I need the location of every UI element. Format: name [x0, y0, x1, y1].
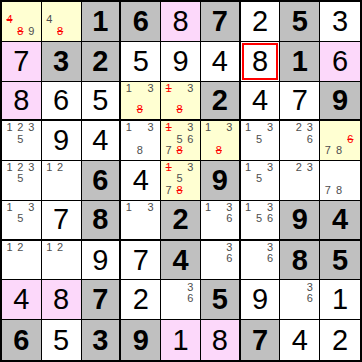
candidate-5: 5 — [254, 134, 265, 145]
given-digit: 3 — [53, 47, 69, 76]
candidate-3: 3 — [26, 162, 37, 173]
candidate-1: 1 — [123, 202, 134, 213]
given-digit: 7 — [92, 285, 108, 314]
cell-r5c3[interactable]: 6 — [82, 161, 122, 201]
candidate-3: 3 — [224, 122, 235, 133]
cell-r3c7[interactable]: 4 — [241, 82, 281, 122]
candidate-grid: 135 — [4, 202, 37, 235]
cell-r3c5[interactable]: 138 — [161, 82, 201, 122]
solved-digit: 9 — [172, 47, 188, 76]
candidate-3: 3 — [185, 281, 196, 292]
candidate-grid: 135678 — [163, 122, 196, 156]
cell-r2c7[interactable]: 8 — [241, 42, 281, 82]
candidate-5: 5 — [254, 173, 265, 184]
cell-r8c3[interactable]: 7 — [82, 280, 122, 320]
cell-r9c6[interactable]: 8 — [201, 320, 241, 360]
cell-r2c6[interactable]: 4 — [201, 42, 241, 82]
cell-r4c8[interactable]: 236 — [280, 121, 320, 161]
candidate-grid: 13578 — [163, 162, 196, 196]
cell-r1c1[interactable]: 489 — [2, 2, 42, 42]
given-digit: 9 — [332, 86, 348, 115]
solved-digit: 5 — [53, 326, 69, 355]
given-digit: 5 — [332, 246, 348, 275]
candidate-grid: 136 — [203, 202, 235, 235]
solved-digit: 6 — [53, 86, 69, 115]
candidate-5: 5 — [15, 213, 26, 224]
candidate-8-crossed: 8 — [134, 104, 145, 115]
cell-r7c3[interactable]: 9 — [82, 241, 122, 281]
solved-digit: 1 — [172, 326, 188, 355]
cell-r8c7[interactable]: 9 — [241, 280, 281, 320]
cell-r5c1[interactable]: 1235 — [2, 161, 42, 201]
solved-digit: 9 — [53, 126, 69, 155]
given-digit: 4 — [172, 246, 188, 275]
cell-r8c1[interactable]: 4 — [2, 280, 42, 320]
candidate-6: 6 — [224, 213, 235, 224]
candidate-1-crossed: 1 — [163, 162, 174, 173]
candidate-1: 1 — [243, 122, 254, 133]
candidate-1: 1 — [203, 202, 214, 213]
candidate-8-crossed: 8 — [15, 26, 26, 37]
candidate-1: 1 — [4, 122, 15, 133]
solved-digit: 3 — [332, 7, 348, 36]
given-digit: 2 — [212, 86, 228, 115]
cell-r8c4[interactable]: 2 — [121, 280, 161, 320]
cell-r6c7[interactable]: 1356 — [241, 201, 281, 241]
candidate-grid: 78 — [322, 162, 356, 196]
solved-digit: 8 — [252, 47, 268, 76]
candidate-grid: 13 — [123, 202, 156, 235]
candidate-3: 3 — [304, 162, 315, 173]
candidate-3: 3 — [26, 122, 37, 133]
candidate-grid: 138 — [123, 83, 156, 116]
solved-digit: 2 — [133, 285, 149, 314]
given-digit: 2 — [92, 47, 108, 76]
candidate-grid: 1356 — [243, 202, 276, 235]
candidate-grid: 135 — [243, 122, 276, 156]
cell-r3c8[interactable]: 7 — [280, 82, 320, 122]
given-digit: 8 — [292, 246, 308, 275]
cell-r4c2[interactable]: 9 — [42, 121, 82, 161]
candidate-2: 2 — [15, 242, 26, 253]
candidate-8-crossed: 8 — [174, 104, 185, 115]
candidate-1-crossed: 1 — [163, 83, 174, 94]
cell-r8c5[interactable]: 36 — [161, 280, 201, 320]
cell-r7c5[interactable]: 4 — [161, 241, 201, 281]
cell-r5c2[interactable]: 12 — [42, 161, 82, 201]
cell-r6c2[interactable]: 7 — [42, 201, 82, 241]
given-digit: 7 — [252, 326, 268, 355]
candidate-4: 4 — [44, 14, 55, 25]
solved-digit: 6 — [332, 47, 348, 76]
given-digit: 6 — [13, 326, 29, 355]
cell-r6c5[interactable]: 2 — [161, 201, 201, 241]
candidate-grid: 138 — [123, 122, 156, 156]
cell-r1c5[interactable]: 8 — [161, 2, 201, 42]
cell-r3c4[interactable]: 138 — [121, 82, 161, 122]
solved-digit: 5 — [92, 86, 108, 115]
cell-r8c6[interactable]: 5 — [201, 280, 241, 320]
given-digit: 8 — [92, 205, 108, 234]
candidate-8: 8 — [134, 145, 145, 156]
candidate-4-crossed: 4 — [4, 14, 15, 25]
candidate-8: 8 — [333, 145, 344, 156]
solved-digit: 7 — [53, 205, 69, 234]
cell-r6c3[interactable]: 8 — [82, 201, 122, 241]
solved-digit: 2 — [252, 7, 268, 36]
cell-r3c2[interactable]: 6 — [42, 82, 82, 122]
cell-r1c3[interactable]: 1 — [82, 2, 122, 42]
candidate-grid: 135 — [243, 162, 276, 196]
candidate-3: 3 — [145, 83, 156, 94]
cell-r4c6[interactable]: 138 — [201, 121, 241, 161]
candidate-grid: 1235 — [4, 122, 37, 156]
cell-r4c7[interactable]: 135 — [241, 121, 281, 161]
candidate-3: 3 — [304, 281, 315, 292]
cell-r2c1[interactable]: 7 — [2, 42, 42, 82]
cell-r7c4[interactable]: 7 — [121, 241, 161, 281]
cell-r9c1[interactable]: 6 — [2, 320, 42, 360]
candidate-6: 6 — [304, 134, 315, 145]
cell-r3c6[interactable]: 2 — [201, 82, 241, 122]
candidate-grid: 1235 — [4, 162, 37, 196]
cell-r7c9[interactable]: 5 — [320, 241, 360, 281]
cell-r6c8[interactable]: 9 — [280, 201, 320, 241]
candidate-2: 2 — [55, 242, 66, 253]
solved-digit: 8 — [53, 285, 69, 314]
candidate-1: 1 — [4, 242, 15, 253]
solved-digit: 1 — [332, 285, 348, 314]
given-digit: 2 — [172, 205, 188, 234]
cell-r9c8[interactable]: 4 — [280, 320, 320, 360]
candidate-1: 1 — [243, 162, 254, 173]
cell-r7c6[interactable]: 36 — [201, 241, 241, 281]
cell-r2c8[interactable]: 1 — [280, 42, 320, 82]
candidate-7: 7 — [322, 185, 333, 196]
given-digit: 7 — [212, 7, 228, 36]
candidate-grid: 138 — [203, 122, 235, 156]
cell-r9c7[interactable]: 7 — [241, 320, 281, 360]
cell-r7c7[interactable]: 36 — [241, 241, 281, 281]
given-digit: 1 — [92, 7, 108, 36]
given-digit: 3 — [92, 326, 108, 355]
candidate-6: 6 — [185, 134, 196, 145]
candidate-grid: 12 — [4, 242, 37, 276]
cell-r2c5[interactable]: 9 — [161, 42, 201, 82]
candidate-grid: 236 — [282, 122, 315, 156]
candidate-9: 9 — [26, 26, 37, 37]
candidate-2: 2 — [293, 162, 304, 173]
cell-r7c8[interactable]: 8 — [280, 241, 320, 281]
cell-r3c3[interactable]: 5 — [82, 82, 122, 122]
candidate-grid: 12 — [44, 242, 77, 276]
candidate-grid: 23 — [282, 162, 315, 196]
cell-r4c4[interactable]: 138 — [121, 121, 161, 161]
given-digit: 6 — [133, 7, 149, 36]
candidate-1: 1 — [123, 122, 134, 133]
candidate-2: 2 — [293, 122, 304, 133]
given-digit: 9 — [133, 326, 149, 355]
given-digit: 1 — [292, 47, 308, 76]
cell-r5c4[interactable]: 4 — [121, 161, 161, 201]
cell-r6c1[interactable]: 135 — [2, 201, 42, 241]
candidate-3: 3 — [185, 122, 196, 133]
cell-r7c1[interactable]: 12 — [2, 241, 42, 281]
candidate-3: 3 — [304, 122, 315, 133]
candidate-grid: 678 — [322, 122, 356, 156]
candidate-2: 2 — [55, 162, 66, 173]
solved-digit: 7 — [292, 86, 308, 115]
candidate-7: 7 — [322, 145, 333, 156]
solved-digit: 4 — [212, 47, 228, 76]
cell-r8c2[interactable]: 8 — [42, 280, 82, 320]
candidate-1-crossed: 1 — [163, 122, 174, 133]
candidate-3: 3 — [26, 202, 37, 213]
candidate-grid: 36 — [203, 242, 235, 276]
cell-r9c2[interactable]: 5 — [42, 320, 82, 360]
solved-digit: 2 — [332, 326, 348, 355]
candidate-3: 3 — [185, 162, 196, 173]
cell-r7c2[interactable]: 12 — [42, 241, 82, 281]
cell-r6c9[interactable]: 4 — [320, 201, 360, 241]
candidate-5: 5 — [254, 213, 265, 224]
solved-digit: 8 — [13, 86, 29, 115]
candidate-3: 3 — [265, 162, 276, 173]
solved-digit: 8 — [212, 326, 228, 355]
candidate-3: 3 — [265, 122, 276, 133]
cell-r4c3[interactable]: 4 — [82, 121, 122, 161]
given-digit: 9 — [292, 205, 308, 234]
cell-r5c9[interactable]: 78 — [320, 161, 360, 201]
given-digit: 9 — [212, 166, 228, 195]
cell-r9c3[interactable]: 3 — [82, 320, 122, 360]
cell-r6c4[interactable]: 13 — [121, 201, 161, 241]
cell-r1c2[interactable]: 48 — [42, 2, 82, 42]
candidate-6: 6 — [185, 293, 196, 304]
candidate-7: 7 — [163, 185, 174, 196]
candidate-grid: 48 — [44, 3, 77, 37]
solved-digit: 4 — [92, 126, 108, 155]
given-digit: 6 — [92, 166, 108, 195]
given-digit: 4 — [332, 205, 348, 234]
candidate-5: 5 — [15, 173, 26, 184]
solved-digit: 4 — [13, 285, 29, 314]
cell-r5c5[interactable]: 13578 — [161, 161, 201, 201]
given-digit: 5 — [212, 285, 228, 314]
candidate-3: 3 — [145, 122, 156, 133]
cell-r9c5[interactable]: 1 — [161, 320, 201, 360]
candidate-6: 6 — [265, 253, 276, 264]
cell-r1c7[interactable]: 2 — [241, 2, 281, 42]
cell-r1c8[interactable]: 5 — [280, 2, 320, 42]
candidate-8: 8 — [333, 185, 344, 196]
cell-r3c1[interactable]: 8 — [2, 82, 42, 122]
solved-digit: 9 — [252, 285, 268, 314]
solved-digit: 5 — [133, 47, 149, 76]
candidate-8-crossed: 8 — [213, 145, 224, 156]
candidate-1: 1 — [4, 162, 15, 173]
cell-r3c9[interactable]: 9 — [320, 82, 360, 122]
candidate-1: 1 — [123, 83, 134, 94]
candidate-6: 6 — [265, 213, 276, 224]
candidate-3: 3 — [145, 202, 156, 213]
cell-r8c9[interactable]: 1 — [320, 280, 360, 320]
cell-r1c6[interactable]: 7 — [201, 2, 241, 42]
candidate-6-crossed: 6 — [345, 134, 356, 145]
cell-r6c6[interactable]: 136 — [201, 201, 241, 241]
candidate-5: 5 — [15, 134, 26, 145]
cell-r2c4[interactable]: 5 — [121, 42, 161, 82]
cell-r2c9[interactable]: 6 — [320, 42, 360, 82]
candidate-grid: 138 — [163, 83, 196, 116]
cell-r5c6[interactable]: 9 — [201, 161, 241, 201]
candidate-8-crossed: 8 — [174, 145, 185, 156]
candidate-5: 5 — [174, 173, 185, 184]
candidate-grid: 489 — [4, 3, 37, 37]
cell-r8c8[interactable]: 36 — [280, 280, 320, 320]
candidate-3: 3 — [185, 83, 196, 94]
cell-r2c3[interactable]: 2 — [82, 42, 122, 82]
candidate-1: 1 — [44, 242, 55, 253]
candidate-8-crossed: 8 — [174, 185, 185, 196]
candidate-grid: 12 — [44, 162, 77, 196]
cell-r9c4[interactable]: 9 — [121, 320, 161, 360]
solved-digit: 8 — [172, 7, 188, 36]
candidate-grid: 36 — [243, 242, 276, 276]
cell-r4c1[interactable]: 1235 — [2, 121, 42, 161]
cell-r4c5[interactable]: 135678 — [161, 121, 201, 161]
candidate-7: 7 — [163, 145, 174, 156]
cell-r5c7[interactable]: 135 — [241, 161, 281, 201]
cell-r4c9[interactable]: 678 — [320, 121, 360, 161]
sudoku-board: 4894816872537325948168651381382479123594… — [0, 0, 362, 362]
candidate-1: 1 — [243, 202, 254, 213]
candidate-2: 2 — [15, 122, 26, 133]
candidate-6: 6 — [224, 253, 235, 264]
cell-r1c9[interactable]: 3 — [320, 2, 360, 42]
candidate-1: 1 — [44, 162, 55, 173]
solved-digit: 9 — [92, 246, 108, 275]
candidate-grid: 36 — [163, 281, 196, 315]
cell-r2c2[interactable]: 3 — [42, 42, 82, 82]
candidate-1: 1 — [203, 122, 214, 133]
cell-r5c8[interactable]: 23 — [280, 161, 320, 201]
cell-r1c4[interactable]: 6 — [121, 2, 161, 42]
solved-digit: 4 — [252, 86, 268, 115]
solved-digit: 4 — [133, 166, 149, 195]
cell-r9c9[interactable]: 2 — [320, 320, 360, 360]
candidate-6: 6 — [304, 293, 315, 304]
candidate-1: 1 — [4, 202, 15, 213]
solved-digit: 7 — [13, 47, 29, 76]
solved-digit: 7 — [133, 246, 149, 275]
candidate-grid: 36 — [282, 281, 315, 315]
candidate-8-crossed: 8 — [55, 26, 66, 37]
given-digit: 5 — [292, 7, 308, 36]
solved-digit: 4 — [292, 326, 308, 355]
